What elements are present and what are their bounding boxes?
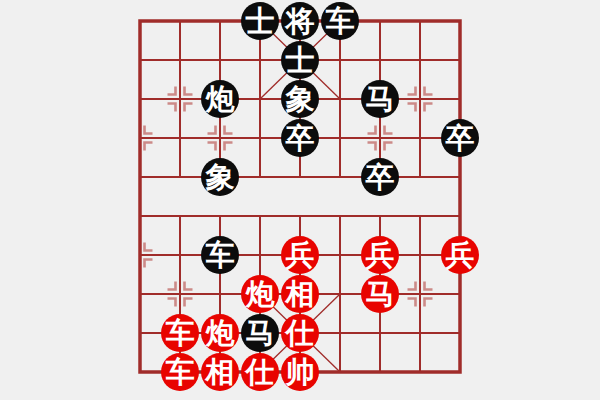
board-grid: 士将车士炮象马卒卒象卒车马兵兵兵炮相马车炮仕车相仕帅 xyxy=(120,2,480,392)
black-advisor-piece[interactable]: 士 xyxy=(281,41,319,79)
red-king-piece[interactable]: 帅 xyxy=(281,353,319,391)
red-soldier-piece[interactable]: 兵 xyxy=(281,236,319,274)
black-general-piece[interactable]: 将 xyxy=(281,2,319,40)
red-cannon-piece[interactable]: 炮 xyxy=(241,275,279,313)
red-horse-piece[interactable]: 马 xyxy=(361,275,399,313)
black-elephant-piece[interactable]: 象 xyxy=(201,158,239,196)
black-soldier-piece[interactable]: 卒 xyxy=(441,119,479,157)
red-advisor-piece[interactable]: 仕 xyxy=(281,314,319,352)
red-chariot-piece[interactable]: 车 xyxy=(161,314,199,352)
black-advisor-piece[interactable]: 士 xyxy=(241,2,279,40)
red-soldier-piece[interactable]: 兵 xyxy=(441,236,479,274)
black-horse-piece[interactable]: 马 xyxy=(241,314,279,352)
black-chariot-piece[interactable]: 车 xyxy=(201,236,239,274)
red-elephant-piece[interactable]: 相 xyxy=(281,275,319,313)
black-chariot-piece[interactable]: 车 xyxy=(321,2,359,40)
black-soldier-piece[interactable]: 卒 xyxy=(361,158,399,196)
xiangqi-board: 士将车士炮象马卒卒象卒车马兵兵兵炮相马车炮仕车相仕帅 xyxy=(0,0,600,400)
black-soldier-piece[interactable]: 卒 xyxy=(281,119,319,157)
black-cannon-piece[interactable]: 炮 xyxy=(201,80,239,118)
black-horse-piece[interactable]: 马 xyxy=(361,80,399,118)
black-elephant-piece[interactable]: 象 xyxy=(281,80,319,118)
red-advisor-piece[interactable]: 仕 xyxy=(241,353,279,391)
red-chariot-piece[interactable]: 车 xyxy=(161,353,199,391)
red-soldier-piece[interactable]: 兵 xyxy=(361,236,399,274)
red-elephant-piece[interactable]: 相 xyxy=(201,353,239,391)
red-cannon-piece[interactable]: 炮 xyxy=(201,314,239,352)
